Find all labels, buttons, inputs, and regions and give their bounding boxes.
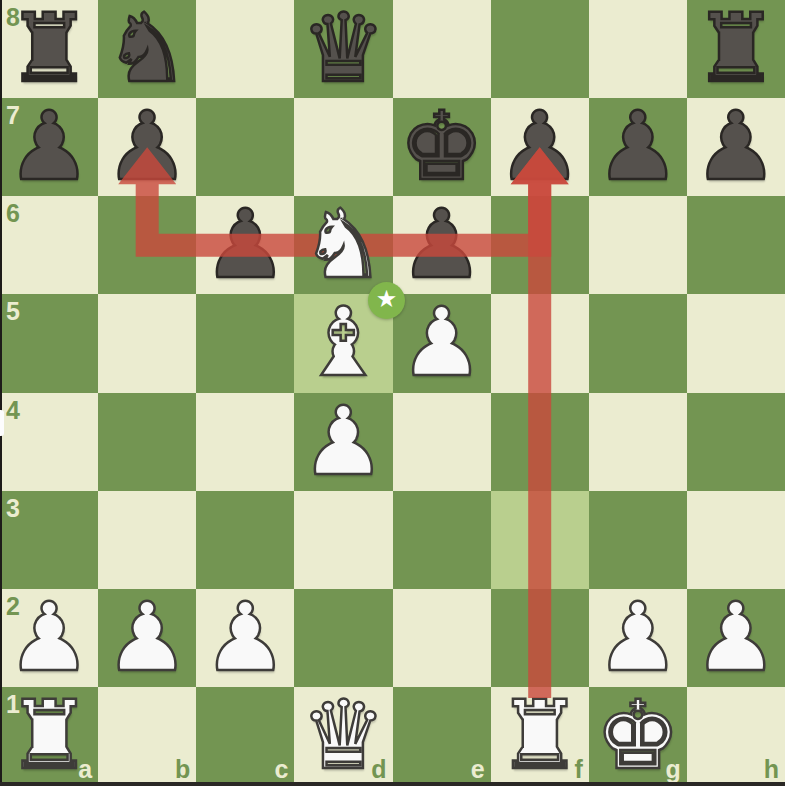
window-left-edge	[0, 0, 2, 786]
square-e5[interactable]: ♟	[393, 294, 491, 392]
square-a2[interactable]: 2♟	[0, 589, 98, 687]
square-b4[interactable]	[98, 393, 196, 491]
square-c1[interactable]: c	[196, 687, 294, 785]
rank-label-4: 4	[6, 398, 20, 423]
square-c2[interactable]: ♟	[196, 589, 294, 687]
window-left-edge-notch	[0, 410, 4, 436]
file-label-c: c	[274, 757, 288, 782]
piece-black-king-e7[interactable]: ♚	[393, 98, 491, 196]
square-c5[interactable]	[196, 294, 294, 392]
piece-black-pawn-f7[interactable]: ♟	[491, 98, 589, 196]
square-h7[interactable]: ♟	[687, 98, 785, 196]
rank-label-3: 3	[6, 496, 20, 521]
square-c4[interactable]	[196, 393, 294, 491]
square-h3[interactable]	[687, 491, 785, 589]
square-e3[interactable]	[393, 491, 491, 589]
piece-white-pawn-b2[interactable]: ♟	[98, 589, 196, 687]
square-g8[interactable]	[589, 0, 687, 98]
piece-white-king-g1[interactable]: ♚	[589, 687, 687, 785]
piece-black-pawn-b7[interactable]: ♟	[98, 98, 196, 196]
square-b8[interactable]: ♞	[98, 0, 196, 98]
square-b6[interactable]	[98, 196, 196, 294]
square-f8[interactable]	[491, 0, 589, 98]
square-d3[interactable]	[294, 491, 392, 589]
square-c8[interactable]	[196, 0, 294, 98]
square-g1[interactable]: g♚	[589, 687, 687, 785]
square-g7[interactable]: ♟	[589, 98, 687, 196]
square-a1[interactable]: 1a♜	[0, 687, 98, 785]
square-g6[interactable]	[589, 196, 687, 294]
square-h1[interactable]: h	[687, 687, 785, 785]
file-label-h: h	[764, 757, 779, 782]
square-f4[interactable]	[491, 393, 589, 491]
square-d8[interactable]: ♛	[294, 0, 392, 98]
square-f1[interactable]: f♜	[491, 687, 589, 785]
square-h2[interactable]: ♟	[687, 589, 785, 687]
square-f3[interactable]	[491, 491, 589, 589]
square-c6[interactable]: ♟	[196, 196, 294, 294]
square-h4[interactable]	[687, 393, 785, 491]
piece-white-rook-f1[interactable]: ♜	[491, 687, 589, 785]
square-a7[interactable]: 7♟	[0, 98, 98, 196]
square-b1[interactable]: b	[98, 687, 196, 785]
rank-label-6: 6	[6, 201, 20, 226]
square-h5[interactable]	[687, 294, 785, 392]
square-b3[interactable]	[98, 491, 196, 589]
square-b5[interactable]	[98, 294, 196, 392]
piece-white-pawn-a2[interactable]: ♟	[0, 589, 98, 687]
square-g3[interactable]	[589, 491, 687, 589]
file-label-b: b	[175, 757, 190, 782]
square-d4[interactable]: ♟	[294, 393, 392, 491]
square-f7[interactable]: ♟	[491, 98, 589, 196]
square-f5[interactable]	[491, 294, 589, 392]
piece-white-pawn-d4[interactable]: ♟	[294, 393, 392, 491]
piece-black-pawn-g7[interactable]: ♟	[589, 98, 687, 196]
square-c3[interactable]	[196, 491, 294, 589]
piece-white-pawn-e5[interactable]: ♟	[393, 294, 491, 392]
piece-black-pawn-a7[interactable]: ♟	[0, 98, 98, 196]
piece-black-pawn-h7[interactable]: ♟	[687, 98, 785, 196]
square-g2[interactable]: ♟	[589, 589, 687, 687]
square-d7[interactable]	[294, 98, 392, 196]
square-g5[interactable]	[589, 294, 687, 392]
square-d1[interactable]: d♛	[294, 687, 392, 785]
rank-label-5: 5	[6, 299, 20, 324]
piece-black-queen-d8[interactable]: ♛	[294, 0, 392, 98]
square-a4[interactable]: 4	[0, 393, 98, 491]
file-label-e: e	[471, 757, 485, 782]
square-f2[interactable]	[491, 589, 589, 687]
square-d6[interactable]: ♞	[294, 196, 392, 294]
piece-white-rook-a1[interactable]: ♜	[0, 687, 98, 785]
piece-white-pawn-h2[interactable]: ♟	[687, 589, 785, 687]
piece-black-knight-b8[interactable]: ♞	[98, 0, 196, 98]
square-a6[interactable]: 6	[0, 196, 98, 294]
piece-white-pawn-c2[interactable]: ♟	[196, 589, 294, 687]
square-d2[interactable]	[294, 589, 392, 687]
piece-black-rook-h8[interactable]: ♜	[687, 0, 785, 98]
piece-black-rook-a8[interactable]: ♜	[0, 0, 98, 98]
window-bottom-edge	[0, 782, 785, 786]
square-e1[interactable]: e	[393, 687, 491, 785]
square-e4[interactable]	[393, 393, 491, 491]
square-b2[interactable]: ♟	[98, 589, 196, 687]
square-h8[interactable]: ♜	[687, 0, 785, 98]
piece-white-pawn-g2[interactable]: ♟	[589, 589, 687, 687]
chess-analysis-screenshot: 8♜♞♛♜7♟♟♚♟♟♟6♟♞♟5♝♟4♟32♟♟♟♟♟1a♜bcd♛ef♜g♚…	[0, 0, 785, 786]
square-h6[interactable]	[687, 196, 785, 294]
piece-white-knight-d6[interactable]: ♞	[294, 196, 392, 294]
square-a3[interactable]: 3	[0, 491, 98, 589]
square-e6[interactable]: ♟	[393, 196, 491, 294]
piece-white-queen-d1[interactable]: ♛	[294, 687, 392, 785]
piece-black-pawn-e6[interactable]: ♟	[393, 196, 491, 294]
square-e7[interactable]: ♚	[393, 98, 491, 196]
square-a8[interactable]: 8♜	[0, 0, 98, 98]
square-f6[interactable]	[491, 196, 589, 294]
square-e2[interactable]	[393, 589, 491, 687]
square-g4[interactable]	[589, 393, 687, 491]
square-a5[interactable]: 5	[0, 294, 98, 392]
chess-board: 8♜♞♛♜7♟♟♚♟♟♟6♟♞♟5♝♟4♟32♟♟♟♟♟1a♜bcd♛ef♜g♚…	[0, 0, 785, 785]
square-c7[interactable]	[196, 98, 294, 196]
square-b7[interactable]: ♟	[98, 98, 196, 196]
best-move-star-badge: ★	[368, 282, 405, 319]
square-e8[interactable]	[393, 0, 491, 98]
piece-black-pawn-c6[interactable]: ♟	[196, 196, 294, 294]
star-icon: ★	[376, 287, 398, 311]
